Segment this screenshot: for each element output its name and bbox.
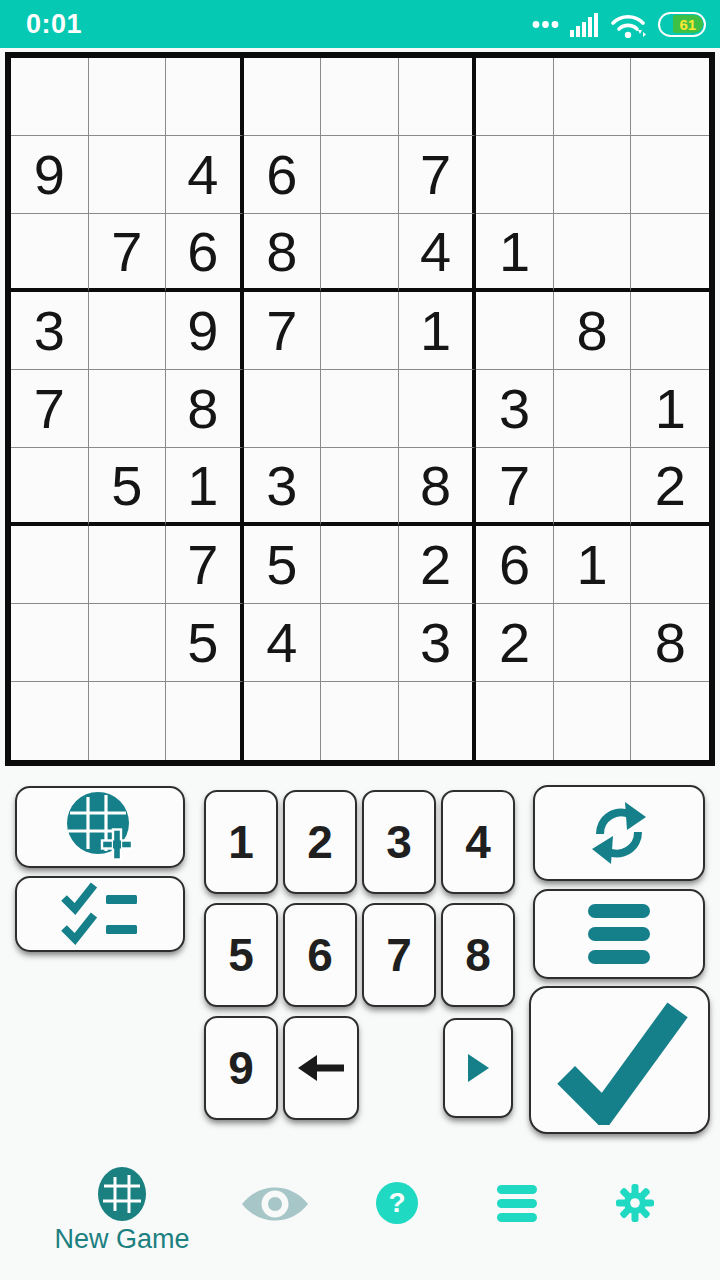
cell-r2c2[interactable] [89,136,167,214]
cell-r4c4[interactable]: 7 [244,292,322,370]
cell-r3c4[interactable]: 8 [244,214,322,292]
cell-r1c6[interactable] [399,58,477,136]
cell-r6c1[interactable] [11,448,89,526]
menu-bar [497,1213,537,1222]
question-glyph: ? [388,1187,405,1219]
cell-r4c7[interactable] [476,292,554,370]
cell-r9c6[interactable] [399,682,477,760]
cell-r3c1[interactable] [11,214,89,292]
cell-r1c5[interactable] [321,58,399,136]
cell-r6c4[interactable]: 3 [244,448,322,526]
cell-r2c6[interactable]: 7 [399,136,477,214]
cell-r1c3[interactable] [166,58,244,136]
cell-r8c7[interactable]: 2 [476,604,554,682]
backspace-arrow-icon [295,1049,347,1087]
right-triangle-icon [468,1054,489,1082]
cell-r4c8[interactable]: 8 [554,292,632,370]
cell-r8c9[interactable]: 8 [631,604,709,682]
settings-gear-icon[interactable] [615,1183,655,1223]
keypad-8[interactable]: 8 [441,903,515,1007]
cell-r3c7[interactable]: 1 [476,214,554,292]
cell-r3c9[interactable] [631,214,709,292]
cell-r6c3[interactable]: 1 [166,448,244,526]
cell-r6c8[interactable] [554,448,632,526]
menu-lines-icon [587,903,651,965]
pencil-notes-button[interactable] [15,786,185,868]
backspace-button[interactable] [283,1016,359,1120]
cell-r5c6[interactable] [399,370,477,448]
clock-text: 0:01 [26,9,82,40]
cell-r5c3[interactable]: 8 [166,370,244,448]
cell-r2c9[interactable] [631,136,709,214]
cell-r4c2[interactable] [89,292,167,370]
eye-icon[interactable] [239,1181,311,1227]
cell-r4c5[interactable] [321,292,399,370]
cell-r7c1[interactable] [11,526,89,604]
app-screen: 0:01 61 9467768413 [0,0,720,1280]
keypad-7[interactable]: 7 [362,903,436,1007]
refresh-icon [587,798,651,868]
cell-r2c1[interactable]: 9 [11,136,89,214]
status-icons: 61 [532,10,706,38]
cell-r7c3[interactable]: 7 [166,526,244,604]
cell-r2c5[interactable] [321,136,399,214]
checklist-icon [57,882,143,946]
cell-r9c3[interactable] [166,682,244,760]
cell-r5c7[interactable]: 3 [476,370,554,448]
options-menu-button[interactable] [533,889,705,979]
cell-r1c4[interactable] [244,58,322,136]
confirm-button[interactable] [529,986,710,1134]
cell-r6c7[interactable]: 7 [476,448,554,526]
keypad-1[interactable]: 1 [204,790,278,894]
cell-r6c6[interactable]: 8 [399,448,477,526]
cell-r2c4[interactable]: 6 [244,136,322,214]
more-dots-icon [532,20,559,29]
wifi-icon [611,10,647,38]
status-bar: 0:01 61 [0,0,720,48]
keypad-3[interactable]: 3 [362,790,436,894]
cell-r9c9[interactable] [631,682,709,760]
keypad-2[interactable]: 2 [283,790,357,894]
restart-button[interactable] [533,785,705,881]
nav-menu-icon[interactable] [497,1185,537,1222]
cell-r3c8[interactable] [554,214,632,292]
cell-r5c1[interactable]: 7 [11,370,89,448]
cell-r4c9[interactable] [631,292,709,370]
grid-plus-icon [61,788,139,866]
cell-r1c2[interactable] [89,58,167,136]
cell-r7c6[interactable]: 2 [399,526,477,604]
cell-r7c4[interactable]: 5 [244,526,322,604]
cell-r9c1[interactable] [11,682,89,760]
cell-r9c4[interactable] [244,682,322,760]
cell-r8c6[interactable]: 3 [399,604,477,682]
menu-bar [497,1185,537,1194]
cell-r7c8[interactable]: 1 [554,526,632,604]
cell-r3c6[interactable]: 4 [399,214,477,292]
cell-r8c5[interactable] [321,604,399,682]
cell-r8c4[interactable]: 4 [244,604,322,682]
help-question-icon[interactable]: ? [376,1182,418,1224]
cell-r5c9[interactable]: 1 [631,370,709,448]
cell-r6c5[interactable] [321,448,399,526]
cell-r9c7[interactable] [476,682,554,760]
confirm-check-icon [544,995,696,1125]
cell-r2c3[interactable]: 4 [166,136,244,214]
cell-r7c2[interactable] [89,526,167,604]
cell-r1c1[interactable] [11,58,89,136]
cell-r4c3[interactable]: 9 [166,292,244,370]
keypad-4[interactable]: 4 [441,790,515,894]
cell-r3c3[interactable]: 6 [166,214,244,292]
cell-r6c2[interactable]: 5 [89,448,167,526]
menu-bar [497,1199,537,1208]
keypad-9[interactable]: 9 [204,1016,278,1120]
battery-icon: 61 [658,12,706,37]
cell-r5c5[interactable] [321,370,399,448]
cell-r9c2[interactable] [89,682,167,760]
new-game-grid-icon[interactable] [96,1165,148,1223]
battery-level-text: 61 [673,15,702,33]
cell-r6c9[interactable]: 2 [631,448,709,526]
new-game-label[interactable]: New Game [42,1224,202,1255]
next-cell-button[interactable] [443,1018,513,1118]
cell-r9c5[interactable] [321,682,399,760]
cell-r1c7[interactable] [476,58,554,136]
cell-r8c3[interactable]: 5 [166,604,244,682]
cell-r8c2[interactable] [89,604,167,682]
sudoku-board: 9467768413971878315138727526154328 [5,52,715,766]
cell-r5c2[interactable] [89,370,167,448]
candidates-list-button[interactable] [15,876,185,952]
cell-r1c8[interactable] [554,58,632,136]
cell-r4c6[interactable]: 1 [399,292,477,370]
cell-r9c8[interactable] [554,682,632,760]
cell-r8c1[interactable] [11,604,89,682]
cell-r8c8[interactable] [554,604,632,682]
cell-r4c1[interactable]: 3 [11,292,89,370]
cell-r2c7[interactable] [476,136,554,214]
cell-r5c4[interactable] [244,370,322,448]
cell-r7c5[interactable] [321,526,399,604]
cell-r3c2[interactable]: 7 [89,214,167,292]
cell-r1c9[interactable] [631,58,709,136]
keypad-6[interactable]: 6 [283,903,357,1007]
keypad-5[interactable]: 5 [204,903,278,1007]
cell-r7c9[interactable] [631,526,709,604]
signal-strength-icon [570,11,600,37]
cell-r3c5[interactable] [321,214,399,292]
cell-r2c8[interactable] [554,136,632,214]
cell-r5c8[interactable] [554,370,632,448]
cell-r7c7[interactable]: 6 [476,526,554,604]
